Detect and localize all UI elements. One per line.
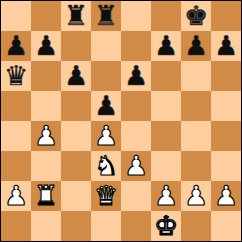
square-h6[interactable] bbox=[211, 61, 241, 91]
square-d1[interactable] bbox=[91, 211, 121, 241]
square-e4[interactable] bbox=[121, 121, 151, 151]
square-c1[interactable] bbox=[61, 211, 91, 241]
square-b4[interactable]: ♟ bbox=[31, 121, 61, 151]
square-h8[interactable] bbox=[211, 1, 241, 31]
square-f4[interactable] bbox=[151, 121, 181, 151]
square-f7[interactable]: ♟ bbox=[151, 31, 181, 61]
square-b2[interactable]: ♜ bbox=[31, 181, 61, 211]
square-c4[interactable] bbox=[61, 121, 91, 151]
black-rook[interactable]: ♜ bbox=[64, 1, 88, 31]
square-a3[interactable] bbox=[1, 151, 31, 181]
square-b3[interactable] bbox=[31, 151, 61, 181]
white-queen[interactable]: ♛ bbox=[94, 181, 118, 211]
black-pawn[interactable]: ♟ bbox=[64, 61, 88, 91]
square-e1[interactable] bbox=[121, 211, 151, 241]
chess-board: ♜♜♚♟♟♟♟♟♛♟♟♟♟♟♞♟♟♜♛♟♟♟♚ bbox=[1, 1, 241, 241]
square-c2[interactable] bbox=[61, 181, 91, 211]
white-pawn[interactable]: ♟ bbox=[94, 121, 118, 151]
white-rook[interactable]: ♜ bbox=[34, 181, 58, 211]
square-g6[interactable] bbox=[181, 61, 211, 91]
square-a2[interactable]: ♟ bbox=[1, 181, 31, 211]
white-pawn[interactable]: ♟ bbox=[124, 151, 148, 181]
square-f5[interactable] bbox=[151, 91, 181, 121]
square-c3[interactable] bbox=[61, 151, 91, 181]
square-d5[interactable]: ♟ bbox=[91, 91, 121, 121]
square-g8[interactable]: ♚ bbox=[181, 1, 211, 31]
square-g3[interactable] bbox=[181, 151, 211, 181]
white-pawn[interactable]: ♟ bbox=[34, 121, 58, 151]
black-pawn[interactable]: ♟ bbox=[124, 61, 148, 91]
square-c8[interactable]: ♜ bbox=[61, 1, 91, 31]
square-g5[interactable] bbox=[181, 91, 211, 121]
square-e6[interactable]: ♟ bbox=[121, 61, 151, 91]
white-king[interactable]: ♚ bbox=[154, 211, 178, 241]
black-pawn[interactable]: ♟ bbox=[34, 31, 58, 61]
black-rook[interactable]: ♜ bbox=[94, 1, 118, 31]
square-f3[interactable] bbox=[151, 151, 181, 181]
square-f6[interactable] bbox=[151, 61, 181, 91]
white-pawn[interactable]: ♟ bbox=[214, 181, 238, 211]
square-b6[interactable] bbox=[31, 61, 61, 91]
square-h5[interactable] bbox=[211, 91, 241, 121]
white-pawn[interactable]: ♟ bbox=[4, 181, 28, 211]
square-h7[interactable]: ♟ bbox=[211, 31, 241, 61]
square-e7[interactable] bbox=[121, 31, 151, 61]
square-d2[interactable]: ♛ bbox=[91, 181, 121, 211]
square-d6[interactable] bbox=[91, 61, 121, 91]
black-queen[interactable]: ♛ bbox=[4, 61, 28, 91]
black-pawn[interactable]: ♟ bbox=[94, 91, 118, 121]
square-c6[interactable]: ♟ bbox=[61, 61, 91, 91]
square-f2[interactable]: ♟ bbox=[151, 181, 181, 211]
square-e2[interactable] bbox=[121, 181, 151, 211]
square-f1[interactable]: ♚ bbox=[151, 211, 181, 241]
square-h2[interactable]: ♟ bbox=[211, 181, 241, 211]
square-b8[interactable] bbox=[31, 1, 61, 31]
square-a4[interactable] bbox=[1, 121, 31, 151]
white-pawn[interactable]: ♟ bbox=[154, 181, 178, 211]
square-e5[interactable] bbox=[121, 91, 151, 121]
square-a7[interactable]: ♟ bbox=[1, 31, 31, 61]
black-pawn[interactable]: ♟ bbox=[154, 31, 178, 61]
square-d4[interactable]: ♟ bbox=[91, 121, 121, 151]
square-g2[interactable]: ♟ bbox=[181, 181, 211, 211]
square-h4[interactable] bbox=[211, 121, 241, 151]
square-h1[interactable] bbox=[211, 211, 241, 241]
square-d7[interactable] bbox=[91, 31, 121, 61]
square-e8[interactable] bbox=[121, 1, 151, 31]
square-a1[interactable] bbox=[1, 211, 31, 241]
square-b1[interactable] bbox=[31, 211, 61, 241]
square-e3[interactable]: ♟ bbox=[121, 151, 151, 181]
square-b7[interactable]: ♟ bbox=[31, 31, 61, 61]
square-c5[interactable] bbox=[61, 91, 91, 121]
chess-board-frame: ♜♜♚♟♟♟♟♟♛♟♟♟♟♟♞♟♟♜♛♟♟♟♚ bbox=[0, 0, 242, 242]
black-pawn[interactable]: ♟ bbox=[214, 31, 238, 61]
square-a5[interactable] bbox=[1, 91, 31, 121]
square-d3[interactable]: ♞ bbox=[91, 151, 121, 181]
black-king[interactable]: ♚ bbox=[184, 1, 208, 31]
square-g4[interactable] bbox=[181, 121, 211, 151]
square-g7[interactable]: ♟ bbox=[181, 31, 211, 61]
square-d8[interactable]: ♜ bbox=[91, 1, 121, 31]
white-pawn[interactable]: ♟ bbox=[184, 181, 208, 211]
square-a6[interactable]: ♛ bbox=[1, 61, 31, 91]
white-knight[interactable]: ♞ bbox=[94, 151, 118, 181]
black-pawn[interactable]: ♟ bbox=[184, 31, 208, 61]
square-f8[interactable] bbox=[151, 1, 181, 31]
square-a8[interactable] bbox=[1, 1, 31, 31]
black-pawn[interactable]: ♟ bbox=[4, 31, 28, 61]
square-c7[interactable] bbox=[61, 31, 91, 61]
square-g1[interactable] bbox=[181, 211, 211, 241]
square-b5[interactable] bbox=[31, 91, 61, 121]
square-h3[interactable] bbox=[211, 151, 241, 181]
